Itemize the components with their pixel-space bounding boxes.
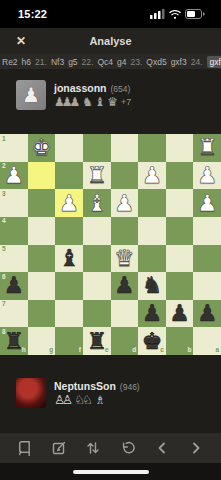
- file-label: a: [215, 347, 219, 354]
- piece-black-pawn[interactable]: ♟: [142, 302, 163, 325]
- rank-label: 6: [2, 274, 6, 281]
- edit-button[interactable]: [46, 436, 72, 460]
- move-item[interactable]: g5: [68, 57, 77, 67]
- square-d4[interactable]: [111, 217, 139, 245]
- flip-board-icon: [85, 440, 101, 456]
- piece-white-pawn[interactable]: ♟: [142, 164, 163, 187]
- square-f4[interactable]: [55, 217, 83, 245]
- file-label: b: [187, 347, 191, 354]
- file-label: h: [22, 347, 26, 354]
- piece-white-queen[interactable]: ♛: [114, 247, 135, 270]
- player-name[interactable]: jonassonn: [54, 82, 107, 94]
- square-e6[interactable]: [83, 272, 111, 300]
- square-a5[interactable]: [193, 245, 221, 273]
- square-f5[interactable]: ♝: [55, 245, 83, 273]
- square-e2[interactable]: ♜: [83, 162, 111, 190]
- square-d6[interactable]: ♟: [111, 272, 139, 300]
- flip-board-button[interactable]: [80, 436, 106, 460]
- piece-white-pawn[interactable]: ♟: [197, 164, 218, 187]
- square-a2[interactable]: ♟: [193, 162, 221, 190]
- square-f3[interactable]: ♟: [55, 189, 83, 217]
- status-icons: [150, 9, 205, 19]
- square-a8[interactable]: a: [193, 327, 221, 355]
- square-d8[interactable]: d: [111, 327, 139, 355]
- reset-icon: [119, 440, 136, 457]
- rank-label: 2: [2, 163, 6, 170]
- toolbar: [0, 433, 221, 463]
- rank-label: 7: [2, 301, 6, 308]
- rank-label: 1: [2, 136, 6, 143]
- move-item[interactable]: gxf3: [207, 56, 221, 68]
- square-f2[interactable]: [55, 162, 83, 190]
- square-h3[interactable]: 3: [0, 189, 28, 217]
- move-item[interactable]: gxf3: [171, 57, 187, 67]
- analysis-screen: 15:22 ✕ Analyse Re2h621.Nf3g522: [0, 0, 221, 480]
- header: ✕ Analyse: [0, 28, 221, 54]
- square-h2[interactable]: 2♟: [0, 162, 28, 190]
- next-move-button[interactable]: [183, 436, 209, 460]
- move-item[interactable]: h6: [22, 57, 31, 67]
- file-label: f: [79, 347, 81, 354]
- move-number: 22.: [82, 57, 94, 67]
- square-f1[interactable]: [55, 134, 83, 162]
- square-g3[interactable]: [28, 189, 56, 217]
- player-rating: (946): [120, 382, 140, 392]
- piece-black-pawn[interactable]: ♟: [197, 302, 218, 325]
- wifi-icon: [169, 10, 181, 19]
- home-indicator[interactable]: [73, 470, 149, 474]
- square-e4[interactable]: [83, 217, 111, 245]
- square-e7[interactable]: [83, 300, 111, 328]
- avatar[interactable]: [16, 378, 46, 408]
- pawn-avatar-icon: ♟: [22, 85, 40, 105]
- piece-white-pawn[interactable]: ♟: [114, 192, 135, 215]
- square-c3[interactable]: [138, 189, 166, 217]
- piece-black-bishop[interactable]: ♝: [59, 247, 80, 270]
- player-bottom: NeptunsSon (946) ♙♙ ♘♘ ♗: [0, 378, 221, 408]
- file-label: g: [49, 347, 53, 354]
- move-item[interactable]: Re2: [2, 57, 18, 67]
- square-a4[interactable]: [193, 217, 221, 245]
- square-b8[interactable]: b: [166, 327, 194, 355]
- square-c2[interactable]: ♟: [138, 162, 166, 190]
- avatar[interactable]: ♟: [16, 80, 46, 110]
- move-list[interactable]: Re2h621.Nf3g522.Qc4g423.Qxd5gxf324.gxf3: [0, 54, 221, 69]
- captured-pieces: ♟♟♟ ♞ ♝ ♛: [54, 96, 115, 108]
- move-number: 21.: [35, 57, 47, 67]
- square-h8[interactable]: 8h♜: [0, 327, 28, 355]
- move-number: 23.: [130, 57, 142, 67]
- square-g6[interactable]: [28, 272, 56, 300]
- square-b7[interactable]: ♟: [166, 300, 194, 328]
- square-a7[interactable]: ♟: [193, 300, 221, 328]
- square-e1[interactable]: [83, 134, 111, 162]
- square-b3[interactable]: [166, 189, 194, 217]
- move-item[interactable]: g4: [117, 57, 126, 67]
- rank-label: 5: [2, 246, 6, 253]
- square-e8[interactable]: e♜: [83, 327, 111, 355]
- file-label: c: [160, 347, 164, 354]
- piece-white-pawn[interactable]: ♟: [4, 164, 25, 187]
- square-e3[interactable]: ♝: [83, 189, 111, 217]
- square-b4[interactable]: [166, 217, 194, 245]
- captured-pieces: ♙♙ ♘♘ ♗: [54, 394, 102, 406]
- piece-white-rook[interactable]: ♜: [86, 164, 107, 187]
- piece-white-pawn[interactable]: ♟: [197, 192, 218, 215]
- edit-icon: [51, 440, 67, 456]
- square-c5[interactable]: [138, 245, 166, 273]
- piece-white-rook[interactable]: ♜: [197, 136, 218, 159]
- square-c7[interactable]: ♟: [138, 300, 166, 328]
- book-icon: [17, 440, 33, 456]
- square-g4[interactable]: [28, 217, 56, 245]
- rank-label: 8: [2, 329, 6, 336]
- square-b5[interactable]: [166, 245, 194, 273]
- square-h5[interactable]: 5: [0, 245, 28, 273]
- square-d3[interactable]: ♟: [111, 189, 139, 217]
- move-item[interactable]: Qc4: [97, 57, 113, 67]
- bottom-area: [0, 463, 221, 480]
- piece-black-pawn[interactable]: ♟: [114, 274, 135, 297]
- file-label: d: [132, 347, 136, 354]
- square-h7[interactable]: 7: [0, 300, 28, 328]
- square-g8[interactable]: g: [28, 327, 56, 355]
- square-c6[interactable]: ♞: [138, 272, 166, 300]
- square-g5[interactable]: [28, 245, 56, 273]
- player-rating: (654): [111, 84, 131, 94]
- square-f7[interactable]: [55, 300, 83, 328]
- square-a3[interactable]: ♟: [193, 189, 221, 217]
- opening-book-button[interactable]: [12, 436, 38, 460]
- square-c4[interactable]: [138, 217, 166, 245]
- file-label: e: [105, 347, 109, 354]
- square-b2[interactable]: [166, 162, 194, 190]
- piece-black-pawn[interactable]: ♟: [169, 302, 190, 325]
- previous-move-button[interactable]: [149, 436, 175, 460]
- square-g1[interactable]: ♚: [28, 134, 56, 162]
- move-number: 24.: [191, 57, 203, 67]
- square-g2[interactable]: [28, 162, 56, 190]
- close-button[interactable]: ✕: [16, 34, 26, 48]
- piece-white-pawn[interactable]: ♟: [59, 192, 80, 215]
- square-b6[interactable]: [166, 272, 194, 300]
- reset-button[interactable]: [115, 436, 141, 460]
- piece-black-pawn[interactable]: ♟: [4, 274, 25, 297]
- square-b1[interactable]: [166, 134, 194, 162]
- square-f8[interactable]: f: [55, 327, 83, 355]
- square-h1[interactable]: 1: [0, 134, 28, 162]
- chess-board[interactable]: 1♚♜2♟♜♟♟3♟♝♟♟45♝♛6♟♟♞7♟♟♟8h♜gfe♜dc♚ba: [0, 134, 221, 355]
- square-a1[interactable]: ♜: [193, 134, 221, 162]
- square-h4[interactable]: 4: [0, 217, 28, 245]
- cellular-signal-icon: [150, 9, 165, 19]
- material-advantage: +7: [121, 97, 131, 107]
- player-name[interactable]: NeptunsSon: [54, 380, 116, 392]
- rank-label: 3: [2, 191, 6, 198]
- square-d7[interactable]: [111, 300, 139, 328]
- piece-black-knight[interactable]: ♞: [142, 274, 163, 297]
- rank-label: 4: [2, 218, 6, 225]
- square-c1[interactable]: [138, 134, 166, 162]
- move-item[interactable]: Qxd5: [146, 57, 166, 67]
- square-d1[interactable]: [111, 134, 139, 162]
- square-c8[interactable]: c♚: [138, 327, 166, 355]
- chevron-left-icon: [155, 441, 169, 455]
- square-h6[interactable]: 6♟: [0, 272, 28, 300]
- chevron-right-icon: [189, 441, 203, 455]
- square-e5[interactable]: [83, 245, 111, 273]
- piece-white-bishop[interactable]: ♝: [86, 192, 107, 215]
- piece-white-king[interactable]: ♚: [31, 136, 52, 159]
- player-top: ♟ jonassonn (654) ♟♟♟ ♞ ♝ ♛ +7: [0, 80, 221, 110]
- square-f6[interactable]: [55, 272, 83, 300]
- battery-icon: [185, 9, 205, 19]
- square-d2[interactable]: [111, 162, 139, 190]
- square-g7[interactable]: [28, 300, 56, 328]
- square-a6[interactable]: [193, 272, 221, 300]
- clock-time: 15:22: [18, 8, 47, 20]
- square-d5[interactable]: ♛: [111, 245, 139, 273]
- status-bar: 15:22: [0, 0, 221, 28]
- page-title: Analyse: [0, 35, 221, 47]
- move-item[interactable]: Nf3: [51, 57, 64, 67]
